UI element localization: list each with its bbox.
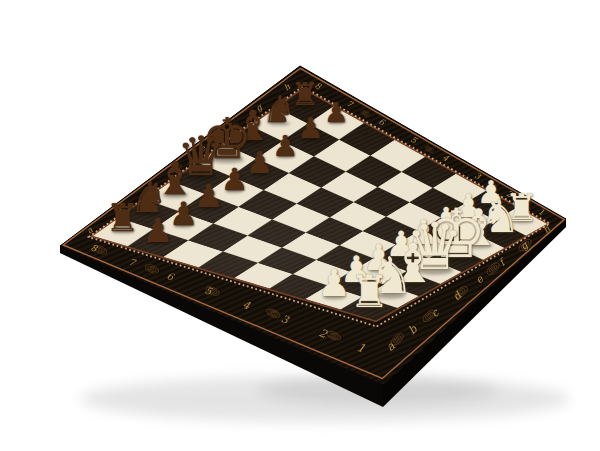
chess-set-product-photo: 12345678abcdefghabcdefgh12345678 ♜♞♝♛♚♝♞… <box>0 0 600 451</box>
chess-board: 12345678abcdefghabcdefgh12345678 <box>0 0 600 451</box>
cast-shadow <box>80 376 570 422</box>
